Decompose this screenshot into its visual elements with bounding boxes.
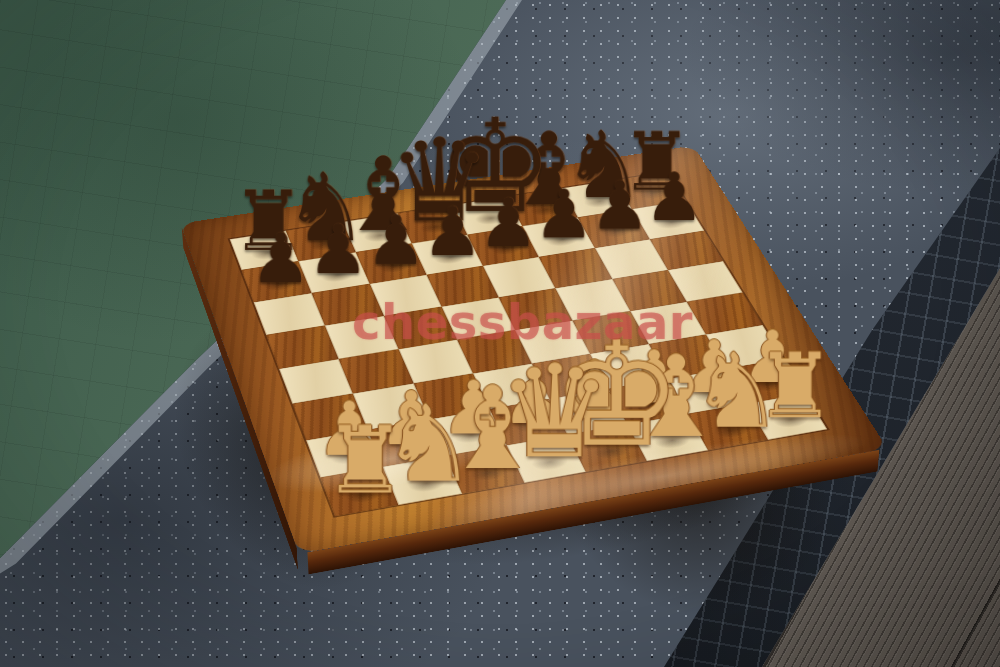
poolside-chess-photo: ♜♞♝♛♚♝♞♜♟♟♟♟♟♟♟♟♟♟♟♟♟♟♟♟♜♞♝♛♚♝♞♜ chessba… (0, 0, 1000, 667)
